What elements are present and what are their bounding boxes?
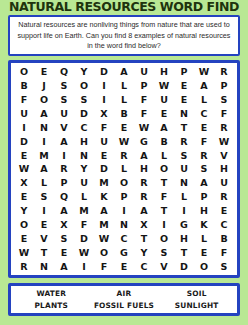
grid-cell-r9c5[interactable]: M: [94, 176, 114, 190]
grid-cell-r5c9[interactable]: T: [174, 120, 194, 134]
grid-cell-r11c1[interactable]: Y: [14, 204, 34, 218]
grid-cell-r14c8[interactable]: S: [154, 245, 174, 259]
grid-cell-r11c11[interactable]: E: [214, 204, 234, 218]
word-bank-item: SUNLIGHT: [164, 300, 229, 312]
grid-cell-r3c5[interactable]: I: [94, 93, 114, 107]
grid-cell-r13c10[interactable]: L: [194, 231, 214, 245]
grid-cell-r15c2[interactable]: N: [34, 259, 54, 273]
grid-cell-r7c8[interactable]: L: [154, 148, 174, 162]
grid-cell-r11c2[interactable]: I: [34, 204, 54, 218]
grid-cell-r12c1[interactable]: O: [14, 218, 34, 232]
grid-cell-r10c9[interactable]: L: [174, 190, 194, 204]
grid-cell-r9c8[interactable]: T: [154, 176, 174, 190]
grid-cell-r1c7[interactable]: U: [134, 65, 154, 79]
grid-cell-r1c10[interactable]: W: [194, 65, 214, 79]
grid-cell-r9c10[interactable]: A: [194, 176, 214, 190]
word-bank-item: PLANTS: [19, 300, 84, 312]
grid-cell-r3c4[interactable]: S: [74, 93, 94, 107]
grid-cell-r4c6[interactable]: B: [114, 107, 134, 121]
grid-cell-r7c3[interactable]: I: [54, 148, 74, 162]
grid-cell-r6c4[interactable]: H: [74, 134, 94, 148]
grid-cell-r3c1[interactable]: F: [14, 93, 34, 107]
grid-cell-r5c4[interactable]: C: [74, 120, 94, 134]
grid-cell-r14c9[interactable]: T: [174, 245, 194, 259]
grid-cell-r9c4[interactable]: U: [74, 176, 94, 190]
grid-cell-r7c5[interactable]: E: [94, 148, 114, 162]
grid-cell-r4c8[interactable]: E: [154, 107, 174, 121]
grid-cell-r9c3[interactable]: P: [54, 176, 74, 190]
grid-cell-r11c3[interactable]: A: [54, 204, 74, 218]
grid-cell-r12c9[interactable]: G: [174, 218, 194, 232]
grid-cell-r10c8[interactable]: F: [154, 190, 174, 204]
grid-cell-r4c9[interactable]: N: [174, 107, 194, 121]
grid-cell-r8c1[interactable]: W: [14, 162, 34, 176]
grid-cell-r10c6[interactable]: P: [114, 190, 134, 204]
grid-cell-r7c11[interactable]: V: [214, 148, 234, 162]
grid-cell-r6c11[interactable]: W: [214, 134, 234, 148]
grid-cell-r1c11[interactable]: R: [214, 65, 234, 79]
grid-cell-r2c11[interactable]: P: [214, 79, 234, 93]
word-bank-item: WATER: [19, 288, 84, 300]
word-bank-list: WATERAIRSOILPLANTSFOSSIL FUELSSUNLIGHT: [19, 288, 229, 311]
grid-cell-r2c1[interactable]: B: [14, 79, 34, 93]
grid-cell-r11c4[interactable]: M: [74, 204, 94, 218]
grid-cell-r9c7[interactable]: R: [134, 176, 154, 190]
grid-cell-r2c2[interactable]: J: [34, 79, 54, 93]
grid-cell-r1c1[interactable]: O: [14, 65, 34, 79]
grid-cell-r1c3[interactable]: Q: [54, 65, 74, 79]
grid-cell-r8c7[interactable]: H: [134, 162, 154, 176]
grid-cell-r7c4[interactable]: N: [74, 148, 94, 162]
grid-cell-r6c7[interactable]: G: [134, 134, 154, 148]
grid-cell-r14c11[interactable]: F: [214, 245, 234, 259]
grid-cell-r12c4[interactable]: F: [74, 218, 94, 232]
grid-cell-r13c6[interactable]: C: [114, 231, 134, 245]
grid-cell-r5c6[interactable]: E: [114, 120, 134, 134]
grid-cell-r12c10[interactable]: K: [194, 218, 214, 232]
grid-cell-r13c2[interactable]: V: [34, 231, 54, 245]
grid-cell-r9c2[interactable]: L: [34, 176, 54, 190]
letter-grid: OEQYDAUHPWRBJSOILPWEAPFOSSILFUELSUAUDXBF…: [14, 65, 234, 273]
grid-cell-r7c1[interactable]: E: [14, 148, 34, 162]
grid-cell-r14c10[interactable]: E: [194, 245, 214, 259]
grid-cell-r8c11[interactable]: H: [214, 162, 234, 176]
grid-cell-r13c3[interactable]: S: [54, 231, 74, 245]
grid-cell-r10c11[interactable]: R: [214, 190, 234, 204]
grid-cell-r11c10[interactable]: H: [194, 204, 214, 218]
grid-cell-r10c3[interactable]: Q: [54, 190, 74, 204]
grid-cell-r11c7[interactable]: A: [134, 204, 154, 218]
grid-cell-r2c4[interactable]: O: [74, 79, 94, 93]
grid-cell-r1c2[interactable]: E: [34, 65, 54, 79]
grid-cell-r15c4[interactable]: I: [74, 259, 94, 273]
grid-cell-r12c8[interactable]: I: [154, 218, 174, 232]
grid-cell-r7c9[interactable]: S: [174, 148, 194, 162]
grid-cell-r15c10[interactable]: O: [194, 259, 214, 273]
grid-cell-r3c7[interactable]: F: [134, 93, 154, 107]
grid-cell-r4c3[interactable]: U: [54, 107, 74, 121]
grid-cell-r2c10[interactable]: A: [194, 79, 214, 93]
grid-cell-r15c11[interactable]: S: [214, 259, 234, 273]
grid-cell-r14c3[interactable]: E: [54, 245, 74, 259]
grid-cell-r6c3[interactable]: A: [54, 134, 74, 148]
grid-cell-r9c11[interactable]: U: [214, 176, 234, 190]
grid-cell-r10c5[interactable]: K: [94, 190, 114, 204]
grid-cell-r15c6[interactable]: E: [114, 259, 134, 273]
grid-cell-r6c2[interactable]: I: [34, 134, 54, 148]
grid-cell-r11c8[interactable]: T: [154, 204, 174, 218]
grid-cell-r12c7[interactable]: X: [134, 218, 154, 232]
grid-cell-r2c3[interactable]: S: [54, 79, 74, 93]
grid-cell-r8c4[interactable]: Y: [74, 162, 94, 176]
grid-cell-r3c10[interactable]: L: [194, 93, 214, 107]
grid-cell-r4c11[interactable]: F: [214, 107, 234, 121]
grid-cell-r11c6[interactable]: I: [114, 204, 134, 218]
grid-cell-r4c5[interactable]: X: [94, 107, 114, 121]
grid-cell-r13c4[interactable]: D: [74, 231, 94, 245]
word-bank-item: AIR: [84, 288, 165, 300]
grid-cell-r14c6[interactable]: G: [114, 245, 134, 259]
grid-cell-r2c5[interactable]: I: [94, 79, 114, 93]
grid-cell-r5c10[interactable]: E: [194, 120, 214, 134]
grid-cell-r7c7[interactable]: A: [134, 148, 154, 162]
grid-cell-r12c5[interactable]: M: [94, 218, 114, 232]
grid-cell-r3c9[interactable]: E: [174, 93, 194, 107]
grid-cell-r15c8[interactable]: V: [154, 259, 174, 273]
grid-cell-r15c3[interactable]: A: [54, 259, 74, 273]
grid-cell-r8c8[interactable]: O: [154, 162, 174, 176]
grid-cell-r14c5[interactable]: O: [94, 245, 114, 259]
grid-cell-r8c9[interactable]: U: [174, 162, 194, 176]
grid-cell-r6c10[interactable]: F: [194, 134, 214, 148]
intro-text: Natural resources are nonliving things f…: [14, 20, 234, 52]
grid-cell-r15c7[interactable]: C: [134, 259, 154, 273]
grid-cell-r13c5[interactable]: W: [94, 231, 114, 245]
grid-cell-r2c6[interactable]: L: [114, 79, 134, 93]
grid-cell-r5c7[interactable]: W: [134, 120, 154, 134]
grid-cell-r13c9[interactable]: H: [174, 231, 194, 245]
grid-cell-r8c10[interactable]: S: [194, 162, 214, 176]
grid-cell-r5c1[interactable]: I: [14, 120, 34, 134]
grid-cell-r12c3[interactable]: X: [54, 218, 74, 232]
worksheet: NATURAL RESOURCES WORD FIND Natural reso…: [0, 0, 248, 323]
grid-cell-r12c2[interactable]: E: [34, 218, 54, 232]
grid-cell-r9c1[interactable]: X: [14, 176, 34, 190]
grid-cell-r8c2[interactable]: A: [34, 162, 54, 176]
grid-cell-r5c11[interactable]: R: [214, 120, 234, 134]
grid-cell-r4c2[interactable]: A: [34, 107, 54, 121]
grid-cell-r10c7[interactable]: R: [134, 190, 154, 204]
grid-cell-r1c4[interactable]: Y: [74, 65, 94, 79]
grid-cell-r6c6[interactable]: W: [114, 134, 134, 148]
grid-cell-r12c6[interactable]: N: [114, 218, 134, 232]
word-bank-item: SOIL: [164, 288, 229, 300]
grid-cell-r3c2[interactable]: O: [34, 93, 54, 107]
grid-cell-r6c1[interactable]: D: [14, 134, 34, 148]
grid-cell-r3c3[interactable]: S: [54, 93, 74, 107]
grid-cell-r8c6[interactable]: L: [114, 162, 134, 176]
grid-cell-r14c1[interactable]: W: [14, 245, 34, 259]
word-bank-item: FOSSIL FUELS: [84, 300, 165, 312]
grid-cell-r10c1[interactable]: E: [14, 190, 34, 204]
grid-cell-r2c8[interactable]: W: [154, 79, 174, 93]
grid-cell-r8c3[interactable]: R: [54, 162, 74, 176]
grid-cell-r6c5[interactable]: U: [94, 134, 114, 148]
grid-cell-r13c11[interactable]: B: [214, 231, 234, 245]
grid-cell-r1c5[interactable]: D: [94, 65, 114, 79]
grid-cell-r9c6[interactable]: O: [114, 176, 134, 190]
grid-cell-r5c3[interactable]: V: [54, 120, 74, 134]
grid-cell-r7c10[interactable]: R: [194, 148, 214, 162]
grid-cell-r10c4[interactable]: L: [74, 190, 94, 204]
grid-cell-r12c11[interactable]: C: [214, 218, 234, 232]
grid-cell-r8c5[interactable]: D: [94, 162, 114, 176]
grid-cell-r1c9[interactable]: P: [174, 65, 194, 79]
grid-cell-r1c8[interactable]: H: [154, 65, 174, 79]
grid-cell-r10c2[interactable]: S: [34, 190, 54, 204]
grid-cell-r15c9[interactable]: D: [174, 259, 194, 273]
grid-cell-r2c9[interactable]: E: [174, 79, 194, 93]
grid-cell-r6c8[interactable]: B: [154, 134, 174, 148]
grid-cell-r5c8[interactable]: A: [154, 120, 174, 134]
grid-cell-r4c4[interactable]: D: [74, 107, 94, 121]
grid-cell-r10c10[interactable]: P: [194, 190, 214, 204]
grid-cell-r13c8[interactable]: O: [154, 231, 174, 245]
grid-cell-r3c11[interactable]: S: [214, 93, 234, 107]
grid-cell-r14c7[interactable]: Y: [134, 245, 154, 259]
word-bank: WATERAIRSOILPLANTSFOSSIL FUELSSUNLIGHT: [8, 283, 240, 316]
grid-cell-r5c5[interactable]: F: [94, 120, 114, 134]
grid-cell-r7c6[interactable]: R: [114, 148, 134, 162]
grid-cell-r4c1[interactable]: U: [14, 107, 34, 121]
grid-cell-r5c2[interactable]: N: [34, 120, 54, 134]
grid-cell-r2c7[interactable]: P: [134, 79, 154, 93]
grid-cell-r15c5[interactable]: F: [94, 259, 114, 273]
grid-cell-r7c2[interactable]: M: [34, 148, 54, 162]
intro-box: Natural resources are nonliving things f…: [8, 15, 240, 56]
grid-cell-r15c1[interactable]: R: [14, 259, 34, 273]
page-title: NATURAL RESOURCES WORD FIND: [8, 0, 240, 15]
grid-cell-r11c5[interactable]: A: [94, 204, 114, 218]
grid-cell-r1c6[interactable]: A: [114, 65, 134, 79]
grid-cell-r14c2[interactable]: T: [34, 245, 54, 259]
grid-cell-r6c9[interactable]: R: [174, 134, 194, 148]
grid-cell-r4c7[interactable]: F: [134, 107, 154, 121]
grid-cell-r4c10[interactable]: C: [194, 107, 214, 121]
grid-cell-r11c9[interactable]: I: [174, 204, 194, 218]
grid-cell-r13c7[interactable]: T: [134, 231, 154, 245]
grid-cell-r14c4[interactable]: W: [74, 245, 94, 259]
word-search-board: OEQYDAUHPWRBJSOILPWEAPFOSSILFUELSUAUDXBF…: [8, 60, 240, 278]
grid-cell-r3c8[interactable]: U: [154, 93, 174, 107]
grid-cell-r9c9[interactable]: N: [174, 176, 194, 190]
grid-cell-r13c1[interactable]: E: [14, 231, 34, 245]
grid-cell-r3c6[interactable]: L: [114, 93, 134, 107]
